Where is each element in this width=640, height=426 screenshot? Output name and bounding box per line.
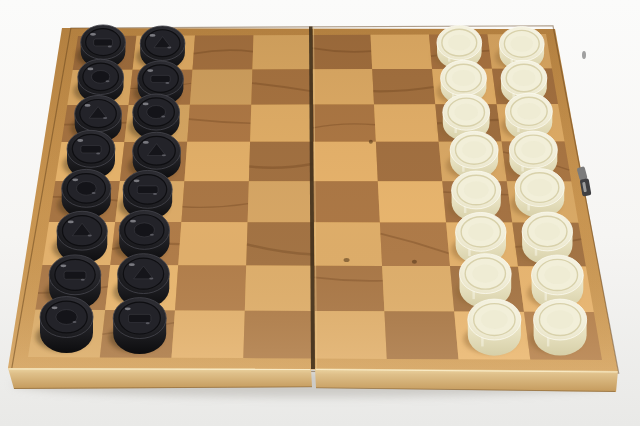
checkers-board: [0, 0, 640, 426]
specular-highlight: [103, 117, 107, 119]
checkers-board-photo: [0, 0, 640, 426]
top-dimple: [535, 223, 560, 241]
specular-highlight: [90, 33, 96, 36]
top-dimple: [452, 70, 475, 86]
specular-highlight: [146, 322, 150, 324]
specular-highlight: [81, 279, 85, 281]
specular-highlight: [153, 193, 157, 195]
specular-highlight: [130, 220, 136, 223]
specular-highlight: [108, 45, 112, 47]
specular-highlight: [60, 264, 66, 267]
specular-highlight: [147, 69, 153, 72]
top-dimple: [448, 35, 470, 51]
specular-highlight: [167, 46, 171, 48]
specular-highlight: [96, 152, 100, 154]
board-side-left: [8, 368, 312, 389]
emboss-mark: [94, 39, 113, 46]
top-dimple: [547, 310, 574, 329]
specular-highlight: [165, 82, 169, 84]
specular-highlight: [150, 234, 154, 236]
top-dimple: [472, 264, 498, 282]
emboss-mark: [129, 314, 151, 322]
specular-highlight: [87, 68, 93, 71]
top-dimple: [521, 141, 545, 158]
specular-highlight: [72, 321, 76, 323]
metal-clasp: [577, 51, 592, 197]
specular-highlight: [88, 235, 92, 237]
specular-highlight: [72, 178, 78, 181]
specular-highlight: [92, 192, 96, 194]
specular-highlight: [162, 154, 166, 156]
emboss-mark: [81, 145, 101, 152]
side-edge-highlight: [9, 369, 310, 370]
top-dimple: [513, 70, 536, 86]
top-dimple: [544, 266, 570, 284]
top-dimple: [462, 141, 486, 158]
top-dimple: [464, 181, 489, 198]
emboss-mark: [151, 75, 170, 82]
top-dimple: [481, 310, 508, 329]
specular-highlight: [129, 263, 135, 266]
top-dimple: [517, 103, 540, 120]
specular-highlight: [161, 116, 165, 118]
specular-highlight: [106, 80, 110, 82]
emboss-mark: [137, 186, 158, 194]
top-dimple: [455, 104, 478, 121]
top-dimple: [468, 223, 493, 241]
specular-highlight: [149, 278, 153, 280]
specular-highlight: [68, 221, 74, 224]
specular-highlight: [143, 141, 149, 144]
specular-highlight: [52, 306, 58, 309]
specular-highlight: [125, 307, 131, 310]
specular-highlight: [150, 34, 156, 37]
emboss-mark: [64, 271, 86, 279]
top-dimple: [527, 179, 552, 196]
top-dimple: [511, 36, 533, 52]
specular-highlight: [85, 104, 91, 107]
specular-highlight: [134, 179, 140, 182]
specular-highlight: [77, 139, 83, 142]
specular-highlight: [143, 103, 149, 106]
